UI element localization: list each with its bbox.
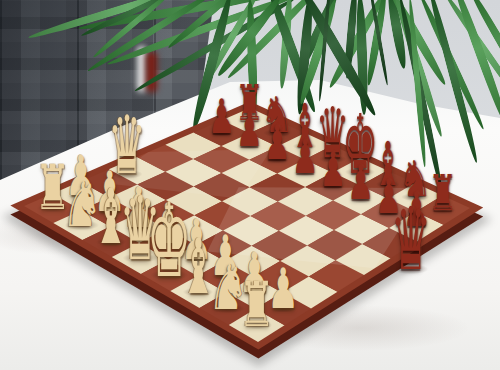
chess-set-product-photo: ♜♞♝♛♚♝♞♜♟♟♟♟♟♟♟♟♟♟♟♟♟♟♟♟♜♞♝♛♚♝♞♜♛♛ xyxy=(0,0,500,370)
chess-board xyxy=(0,0,500,370)
